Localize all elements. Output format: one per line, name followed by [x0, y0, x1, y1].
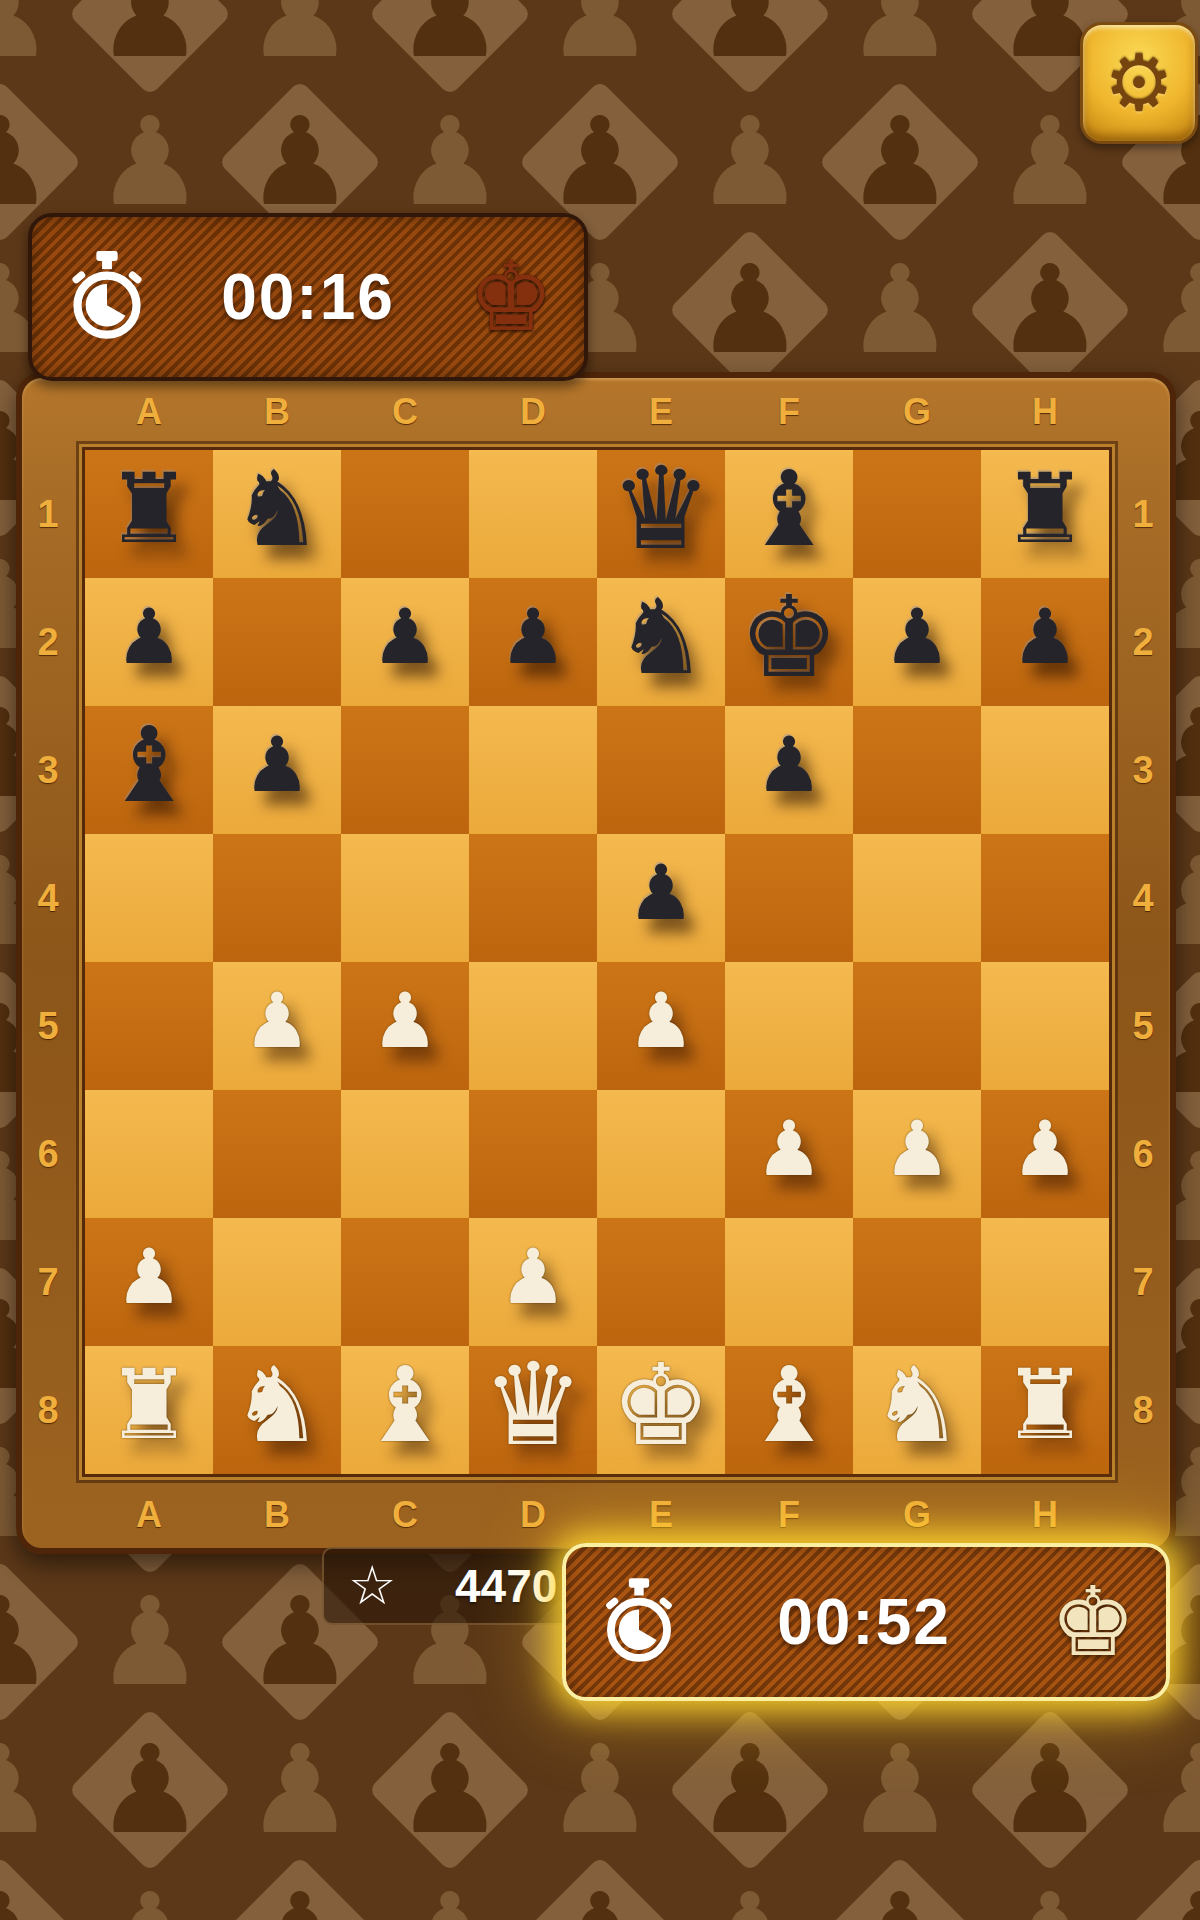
white-pawn-c5[interactable]: ♟: [371, 983, 439, 1059]
pawn-silhouette: ♟: [245, 0, 354, 75]
square-d3[interactable]: [469, 706, 597, 834]
white-queen-d8[interactable]: ♛: [482, 1348, 584, 1462]
rank-label-left-4: 4: [37, 877, 58, 920]
square-h1[interactable]: ♜: [981, 450, 1109, 578]
rank-label-right-6: 6: [1132, 1133, 1153, 1176]
black-knight-b1[interactable]: ♞: [230, 457, 323, 561]
file-label-top-a: A: [136, 391, 162, 433]
square-a5[interactable]: [85, 962, 213, 1090]
settings-button[interactable]: ⚙: [1080, 22, 1198, 144]
pawn-silhouette: ♟: [95, 1877, 204, 1920]
file-label-bottom-h: H: [1032, 1494, 1058, 1536]
rank-label-left-6: 6: [37, 1133, 58, 1176]
white-pawn-e5[interactable]: ♟: [627, 983, 695, 1059]
black-king-icon: ♚: [468, 249, 554, 345]
file-label-top-h: H: [1032, 391, 1058, 433]
square-e8[interactable]: ♚: [597, 1346, 725, 1474]
pawn-silhouette: ♟: [995, 249, 1104, 371]
background-pattern-cell: ♟: [1125, 1716, 1200, 1864]
pawn-silhouette: ♟: [545, 0, 654, 75]
square-g8[interactable]: ♞: [853, 1346, 981, 1474]
square-e2[interactable]: ♞: [597, 578, 725, 706]
pawn-silhouette: ♟: [695, 1729, 804, 1851]
pawn-silhouette: ♟: [695, 249, 804, 371]
square-h3[interactable]: [981, 706, 1109, 834]
background-pattern-cell: ♟: [1125, 236, 1200, 384]
square-a6[interactable]: [85, 1090, 213, 1218]
square-f3[interactable]: ♟: [725, 706, 853, 834]
black-knight-e2[interactable]: ♞: [614, 585, 707, 689]
pawn-silhouette: ♟: [695, 1877, 804, 1920]
pawn-silhouette: ♟: [395, 1729, 504, 1851]
square-f7[interactable]: [725, 1218, 853, 1346]
file-label-bottom-g: G: [903, 1494, 931, 1536]
file-label-top-f: F: [778, 391, 800, 433]
white-king-e8[interactable]: ♚: [611, 1349, 711, 1461]
square-e4[interactable]: ♟: [597, 834, 725, 962]
square-a1[interactable]: ♜: [85, 450, 213, 578]
pawn-silhouette: ♟: [545, 1877, 654, 1920]
square-e1[interactable]: ♛: [597, 450, 725, 578]
rank-label-right-7: 7: [1132, 1261, 1153, 1304]
square-b2[interactable]: [213, 578, 341, 706]
rank-label-left-2: 2: [37, 621, 58, 664]
square-h7[interactable]: [981, 1218, 1109, 1346]
black-pawn-e4[interactable]: ♟: [627, 855, 695, 931]
pawn-silhouette: ♟: [95, 1581, 204, 1703]
pawn-silhouette: ♟: [845, 1877, 954, 1920]
pawn-silhouette: ♟: [995, 1729, 1104, 1851]
background-pattern-cell: ♟: [75, 1864, 225, 1920]
rank-label-left-3: 3: [37, 749, 58, 792]
pawn-silhouette: ♟: [0, 1729, 55, 1851]
rank-label-right-3: 3: [1132, 749, 1153, 792]
background-pattern-cell: ♟: [375, 0, 525, 88]
black-pawn-h2[interactable]: ♟: [1011, 599, 1079, 675]
square-e7[interactable]: [597, 1218, 725, 1346]
square-c5[interactable]: ♟: [341, 962, 469, 1090]
black-pawn-f3[interactable]: ♟: [755, 727, 823, 803]
file-label-bottom-b: B: [264, 1494, 290, 1536]
pawn-silhouette: ♟: [845, 0, 954, 75]
black-rook-a1[interactable]: ♜: [106, 461, 192, 557]
black-bishop-f1[interactable]: ♝: [742, 457, 835, 561]
square-b3[interactable]: ♟: [213, 706, 341, 834]
white-pawn-d7[interactable]: ♟: [499, 1239, 567, 1315]
square-c7[interactable]: [341, 1218, 469, 1346]
white-pawn-a7[interactable]: ♟: [115, 1239, 183, 1315]
square-c2[interactable]: ♟: [341, 578, 469, 706]
pawn-silhouette: ♟: [1145, 1729, 1200, 1851]
pawn-silhouette: ♟: [1145, 249, 1200, 371]
background-pattern-cell: ♟: [825, 1864, 975, 1920]
file-label-top-d: D: [520, 391, 546, 433]
square-f4[interactable]: [725, 834, 853, 962]
square-b5[interactable]: ♟: [213, 962, 341, 1090]
square-d7[interactable]: ♟: [469, 1218, 597, 1346]
square-c1[interactable]: [341, 450, 469, 578]
square-c6[interactable]: [341, 1090, 469, 1218]
white-rook-a8[interactable]: ♜: [106, 1357, 192, 1453]
pawn-silhouette: ♟: [0, 0, 55, 75]
square-b8[interactable]: ♞: [213, 1346, 341, 1474]
white-king-icon: ♚: [1050, 1574, 1136, 1670]
white-knight-b8[interactable]: ♞: [230, 1353, 323, 1457]
square-a3[interactable]: ♝: [85, 706, 213, 834]
white-bishop-c8[interactable]: ♝: [358, 1353, 451, 1457]
pawn-silhouette: ♟: [0, 1877, 55, 1920]
square-d6[interactable]: [469, 1090, 597, 1218]
pawn-silhouette: ♟: [845, 249, 954, 371]
gear-icon: ⚙: [1104, 44, 1174, 122]
background-pattern-cell: ♟: [525, 1716, 675, 1864]
square-g6[interactable]: ♟: [853, 1090, 981, 1218]
pawn-silhouette: ♟: [95, 1729, 204, 1851]
square-f6[interactable]: ♟: [725, 1090, 853, 1218]
background-pattern-cell: ♟: [225, 0, 375, 88]
background-pattern-cell: ♟: [825, 236, 975, 384]
square-d4[interactable]: [469, 834, 597, 962]
square-a4[interactable]: [85, 834, 213, 962]
square-h5[interactable]: [981, 962, 1109, 1090]
player-timer-plaque-active: 00:52 ♚: [562, 1543, 1170, 1701]
rank-label-right-8: 8: [1132, 1389, 1153, 1432]
pawn-silhouette: ♟: [245, 101, 354, 223]
rank-label-left-8: 8: [37, 1389, 58, 1432]
black-pawn-d2[interactable]: ♟: [499, 599, 567, 675]
white-rook-h8[interactable]: ♜: [1002, 1357, 1088, 1453]
pawn-silhouette: ♟: [845, 101, 954, 223]
square-h8[interactable]: ♜: [981, 1346, 1109, 1474]
white-pawn-g6[interactable]: ♟: [883, 1111, 951, 1187]
square-c3[interactable]: [341, 706, 469, 834]
file-label-top-c: C: [392, 391, 418, 433]
white-pawn-b5[interactable]: ♟: [243, 983, 311, 1059]
file-label-top-b: B: [264, 391, 290, 433]
background-pattern-cell: ♟: [525, 1864, 675, 1920]
file-label-bottom-a: A: [136, 1494, 162, 1536]
square-g1[interactable]: [853, 450, 981, 578]
background-pattern-cell: ♟: [675, 1864, 825, 1920]
square-a8[interactable]: ♜: [85, 1346, 213, 1474]
square-f5[interactable]: [725, 962, 853, 1090]
background-pattern-cell: ♟: [1125, 1864, 1200, 1920]
file-label-bottom-e: E: [649, 1494, 673, 1536]
background-pattern-cell: ♟: [0, 1864, 75, 1920]
background-pattern-cell: ♟: [675, 236, 825, 384]
background-pattern-cell: ♟: [675, 0, 825, 88]
square-g2[interactable]: ♟: [853, 578, 981, 706]
white-knight-g8[interactable]: ♞: [870, 1353, 963, 1457]
square-d8[interactable]: ♛: [469, 1346, 597, 1474]
background-pattern-cell: ♟: [975, 1716, 1125, 1864]
black-pawn-g2[interactable]: ♟: [883, 599, 951, 675]
background-pattern-cell: ♟: [975, 1864, 1125, 1920]
square-d2[interactable]: ♟: [469, 578, 597, 706]
background-pattern-cell: ♟: [825, 88, 975, 236]
stopwatch-icon: [66, 249, 148, 345]
square-a7[interactable]: ♟: [85, 1218, 213, 1346]
background-pattern-cell: ♟: [825, 1716, 975, 1864]
square-c8[interactable]: ♝: [341, 1346, 469, 1474]
pawn-silhouette: ♟: [0, 101, 55, 223]
square-b6[interactable]: [213, 1090, 341, 1218]
background-pattern-cell: ♟: [375, 1716, 525, 1864]
background-pattern-cell: ♟: [975, 236, 1125, 384]
pawn-silhouette: ♟: [395, 0, 504, 75]
square-e5[interactable]: ♟: [597, 962, 725, 1090]
background-pattern-cell: ♟: [525, 0, 675, 88]
file-label-bottom-d: D: [520, 1494, 546, 1536]
file-label-bottom-c: C: [392, 1494, 418, 1536]
white-pawn-f6[interactable]: ♟: [755, 1111, 823, 1187]
square-h2[interactable]: ♟: [981, 578, 1109, 706]
stopwatch-icon: [600, 1576, 678, 1668]
black-rook-h1[interactable]: ♜: [1002, 461, 1088, 557]
background-pattern-cell: ♟: [375, 1864, 525, 1920]
square-b1[interactable]: ♞: [213, 450, 341, 578]
background-pattern-cell: ♟: [675, 88, 825, 236]
pawn-silhouette: ♟: [695, 0, 804, 75]
square-g3[interactable]: [853, 706, 981, 834]
pawn-silhouette: ♟: [395, 1877, 504, 1920]
rank-label-right-2: 2: [1132, 621, 1153, 664]
square-c4[interactable]: [341, 834, 469, 962]
square-d5[interactable]: [469, 962, 597, 1090]
rank-label-left-1: 1: [37, 493, 58, 536]
square-f1[interactable]: ♝: [725, 450, 853, 578]
player-time: 00:52: [678, 1585, 1050, 1659]
opponent-timer-plaque: 00:16 ♚: [28, 213, 588, 381]
pawn-silhouette: ♟: [95, 0, 204, 75]
background-pattern-cell: ♟: [0, 0, 75, 88]
file-label-top-g: G: [903, 391, 931, 433]
square-f8[interactable]: ♝: [725, 1346, 853, 1474]
background-pattern-cell: ♟: [75, 1568, 225, 1716]
pawn-silhouette: ♟: [0, 1581, 55, 1703]
chess-app-screen: ♟♟♟♟♟♟♟♟♟♟♟♟♟♟♟♟♟♟♟♟♟♟♟♟♟♟♟♟♟♟♟♟♟♟♟♟♟♟♟♟…: [0, 0, 1200, 1920]
black-pawn-a2[interactable]: ♟: [115, 599, 183, 675]
square-b7[interactable]: [213, 1218, 341, 1346]
square-e6[interactable]: [597, 1090, 725, 1218]
background-pattern-cell: ♟: [0, 1568, 75, 1716]
pawn-silhouette: ♟: [395, 101, 504, 223]
black-king-f2[interactable]: ♚: [739, 581, 839, 693]
pawn-silhouette: ♟: [695, 101, 804, 223]
chess-board: ♜♞♛♝♜♟♟♟♞♚♟♟♝♟♟♟♟♟♟♟♟♟♟♟♜♞♝♛♚♝♞♜: [85, 450, 1109, 1474]
square-b4[interactable]: [213, 834, 341, 962]
file-label-top-e: E: [649, 391, 673, 433]
background-pattern-cell: ♟: [75, 0, 225, 88]
pawn-silhouette: ♟: [1145, 1877, 1200, 1920]
black-pawn-c2[interactable]: ♟: [371, 599, 439, 675]
rank-label-right-1: 1: [1132, 493, 1153, 536]
white-pawn-h6[interactable]: ♟: [1011, 1111, 1079, 1187]
background-pattern-cell: ♟: [0, 1716, 75, 1864]
rank-label-right-5: 5: [1132, 1005, 1153, 1048]
background-pattern-cell: ♟: [225, 1864, 375, 1920]
rank-label-left-7: 7: [37, 1261, 58, 1304]
pawn-silhouette: ♟: [245, 1729, 354, 1851]
square-d1[interactable]: [469, 450, 597, 578]
background-pattern-cell: ♟: [825, 0, 975, 88]
pawn-silhouette: ♟: [545, 1729, 654, 1851]
rank-label-right-4: 4: [1132, 877, 1153, 920]
pawn-silhouette: ♟: [845, 1729, 954, 1851]
square-g5[interactable]: [853, 962, 981, 1090]
star-icon: ☆: [348, 1559, 396, 1613]
background-pattern-cell: ♟: [225, 1716, 375, 1864]
rank-label-left-5: 5: [37, 1005, 58, 1048]
square-h6[interactable]: ♟: [981, 1090, 1109, 1218]
black-pawn-b3[interactable]: ♟: [243, 727, 311, 803]
background-pattern-cell: ♟: [75, 1716, 225, 1864]
square-g4[interactable]: [853, 834, 981, 962]
file-label-bottom-f: F: [778, 1494, 800, 1536]
pawn-silhouette: ♟: [95, 101, 204, 223]
black-bishop-a3[interactable]: ♝: [102, 713, 195, 817]
pawn-silhouette: ♟: [545, 101, 654, 223]
square-e3[interactable]: [597, 706, 725, 834]
square-g7[interactable]: [853, 1218, 981, 1346]
pawn-silhouette: ♟: [995, 1877, 1104, 1920]
white-bishop-f8[interactable]: ♝: [742, 1353, 835, 1457]
background-pattern-cell: ♟: [675, 1716, 825, 1864]
opponent-time: 00:16: [148, 260, 468, 334]
square-a2[interactable]: ♟: [85, 578, 213, 706]
black-queen-e1[interactable]: ♛: [610, 452, 712, 566]
pawn-silhouette: ♟: [245, 1877, 354, 1920]
square-h4[interactable]: [981, 834, 1109, 962]
square-f2[interactable]: ♚: [725, 578, 853, 706]
